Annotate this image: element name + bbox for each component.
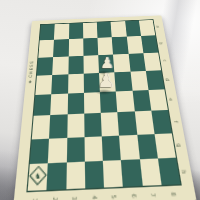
rank-label-4: 4 (91, 186, 99, 200)
square-a1: ♞ (28, 163, 48, 191)
square-c5 (68, 73, 84, 93)
file-label-g: g (168, 143, 192, 148)
square-e8 (97, 22, 112, 38)
square-b6 (52, 56, 68, 75)
white-pawn-e4: ♟ (96, 71, 116, 90)
square-c1 (66, 161, 85, 189)
file-label-a: a (150, 25, 169, 28)
square-c4 (67, 93, 84, 115)
square-b1 (47, 162, 67, 190)
square-e2 (102, 135, 121, 160)
square-d7 (83, 38, 98, 55)
corner-emblem-icon: ♞ (29, 166, 47, 186)
square-c3 (67, 114, 84, 138)
file-label-e: e (161, 97, 183, 101)
square-d2 (84, 136, 103, 162)
square-c2 (66, 137, 84, 163)
rank-label-6: 6 (129, 184, 138, 200)
brand-mark-icon: ♦ (27, 79, 32, 85)
square-b7 (53, 39, 68, 56)
edge-brand-text: ♦ CHESS (27, 60, 34, 84)
rank-label-2: 2 (51, 188, 59, 200)
square-b8 (54, 24, 69, 40)
square-e1 (103, 160, 123, 188)
square-c7 (68, 39, 83, 56)
square-e3 (101, 112, 119, 135)
file-label-f: f (165, 120, 188, 123)
file-label-d: d (158, 77, 179, 81)
square-d4 (84, 92, 101, 114)
file-label-c: c (155, 59, 176, 62)
square-b4 (50, 94, 67, 116)
square-a7 (38, 40, 54, 57)
square-b5 (51, 74, 67, 94)
rank-label-1: 1 (31, 189, 40, 200)
rank-label-5: 5 (110, 185, 119, 200)
square-a6 (37, 57, 53, 76)
square-b3 (49, 115, 67, 139)
file-label-h: h (172, 169, 197, 174)
emblem-knight-icon: ♞ (33, 170, 44, 182)
square-d8 (83, 22, 98, 38)
square-c6 (68, 55, 84, 74)
square-d1 (85, 161, 104, 189)
square-d3 (84, 113, 102, 136)
rank-label-3: 3 (71, 187, 78, 200)
file-label-b: b (152, 41, 172, 44)
chessboard: ♦ CHESS ♞ 12345678 abcdefgh (13, 15, 197, 200)
brand-text-label: CHESS (28, 60, 34, 77)
square-a5 (35, 75, 52, 95)
cloth-background: ♦ CHESS ♞ 12345678 abcdefgh ♟ ♟ (0, 0, 200, 200)
square-a4 (34, 94, 52, 116)
square-b2 (48, 137, 67, 163)
square-c8 (69, 23, 83, 39)
square-e7 (97, 37, 113, 54)
square-a2 (30, 138, 49, 164)
square-a3 (32, 115, 51, 139)
board-grid: ♞ (28, 20, 181, 191)
square-a8 (40, 24, 55, 40)
